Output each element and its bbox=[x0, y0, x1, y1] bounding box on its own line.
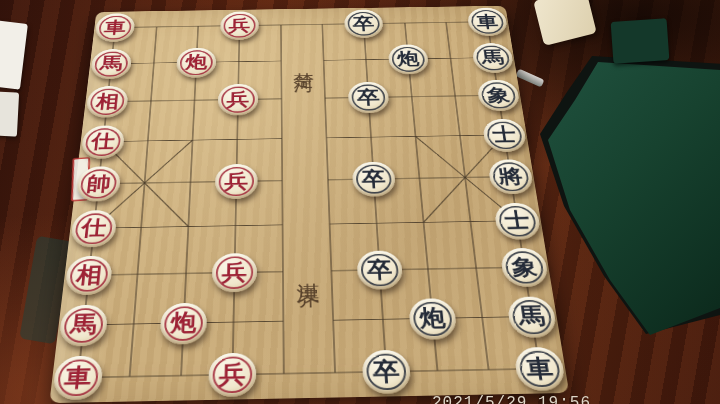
paper-scrap bbox=[0, 91, 19, 136]
green-chair-far bbox=[611, 18, 670, 64]
board-wrap: 楚河 漢界 車馬相仕帥仕相馬車炮炮兵兵兵兵兵卒卒卒卒卒炮炮車馬象士將士象馬車 bbox=[50, 0, 570, 398]
photo-scene: 楚河 漢界 車馬相仕帥仕相馬車炮炮兵兵兵兵兵卒卒卒卒卒炮炮車馬象士將士象馬車 2… bbox=[0, 0, 720, 404]
camera-timestamp: 2021/5/29 19:56 bbox=[432, 394, 591, 404]
xiangqi-board: 楚河 漢界 車馬相仕帥仕相馬車炮炮兵兵兵兵兵卒卒卒卒卒炮炮車馬象士將士象馬車 bbox=[49, 6, 569, 403]
river-label-han-jie: 漢界 bbox=[291, 266, 323, 278]
river-label-chu-he: 楚河 bbox=[289, 60, 317, 69]
